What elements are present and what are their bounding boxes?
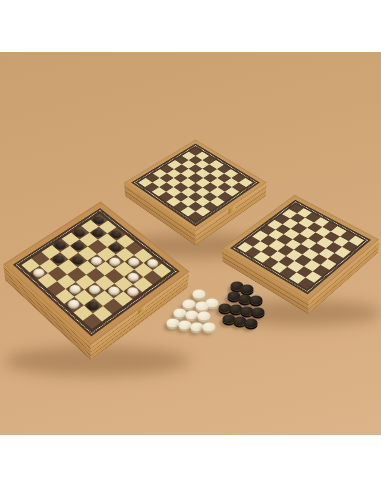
loose-black-checker — [245, 319, 258, 328]
photo-background — [0, 52, 381, 435]
loose-white-checker — [179, 321, 192, 330]
loose-white-checker — [174, 309, 187, 318]
product-photo-stage — [0, 0, 381, 492]
loose-checkers-pile — [0, 52, 381, 435]
loose-white-checker — [167, 319, 180, 328]
loose-black-checker — [250, 296, 263, 305]
loose-white-checker — [198, 312, 211, 321]
loose-black-checker — [252, 308, 265, 317]
loose-white-checker — [203, 323, 216, 332]
loose-white-checker — [193, 290, 206, 299]
loose-white-checker — [183, 300, 196, 309]
loose-white-checker — [196, 302, 209, 311]
loose-black-checker — [241, 285, 254, 294]
